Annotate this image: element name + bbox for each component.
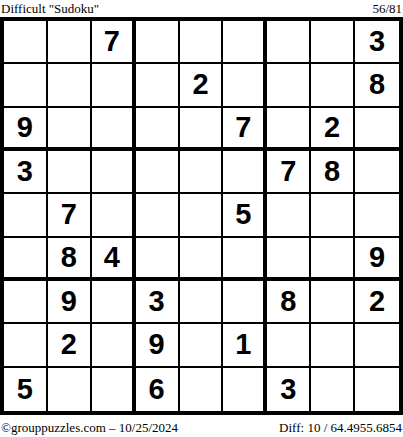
cell-r1c7[interactable] — [267, 21, 311, 64]
cell-r6c6[interactable] — [223, 238, 267, 281]
cell-r7c3[interactable] — [92, 281, 136, 324]
cell-r4c5[interactable] — [180, 151, 224, 194]
sudoku-grid: 7328972378758499382291563 — [0, 17, 403, 415]
cell-r7c2[interactable]: 9 — [48, 281, 92, 324]
cell-r3c5[interactable] — [180, 108, 224, 151]
cell-r5c2[interactable]: 7 — [48, 194, 92, 237]
cell-r1c9[interactable]: 3 — [355, 21, 399, 64]
cell-r4c3[interactable] — [92, 151, 136, 194]
cell-r3c9[interactable] — [355, 108, 399, 151]
cell-r1c5[interactable] — [180, 21, 224, 64]
difficulty-rating: Diff: 10 / 64.4955.6854 — [279, 420, 402, 436]
cell-r9c8[interactable] — [311, 368, 355, 411]
puzzle-title: Difficult "Sudoku" — [1, 1, 99, 16]
cell-r9c6[interactable] — [223, 368, 267, 411]
cells-remaining-counter: 56/81 — [372, 1, 402, 16]
footer-bar: ©grouppuzzles.com – 10/25/2024 Diff: 10 … — [0, 415, 403, 437]
cell-r4c1[interactable]: 3 — [4, 151, 48, 194]
cell-r1c4[interactable] — [136, 21, 180, 64]
sudoku-page: Difficult "Sudoku" 56/81 732897237875849… — [0, 0, 403, 437]
cell-r8c1[interactable] — [4, 324, 48, 367]
cell-r9c1[interactable]: 5 — [4, 368, 48, 411]
cell-r6c5[interactable] — [180, 238, 224, 281]
cell-r7c7[interactable]: 8 — [267, 281, 311, 324]
cell-r6c7[interactable] — [267, 238, 311, 281]
cell-r6c3[interactable]: 4 — [92, 238, 136, 281]
cell-r3c6[interactable]: 7 — [223, 108, 267, 151]
cell-r8c6[interactable]: 1 — [223, 324, 267, 367]
cell-r6c9[interactable]: 9 — [355, 238, 399, 281]
cell-r9c3[interactable] — [92, 368, 136, 411]
cell-r1c6[interactable] — [223, 21, 267, 64]
cell-r7c5[interactable] — [180, 281, 224, 324]
cell-r6c2[interactable]: 8 — [48, 238, 92, 281]
cell-r9c2[interactable] — [48, 368, 92, 411]
cell-r1c1[interactable] — [4, 21, 48, 64]
cell-r8c5[interactable] — [180, 324, 224, 367]
cell-r4c6[interactable] — [223, 151, 267, 194]
cell-r9c4[interactable]: 6 — [136, 368, 180, 411]
cell-r4c8[interactable]: 8 — [311, 151, 355, 194]
cell-r7c4[interactable]: 3 — [136, 281, 180, 324]
cell-r9c7[interactable]: 3 — [267, 368, 311, 411]
cell-r2c9[interactable]: 8 — [355, 64, 399, 107]
cell-r7c6[interactable] — [223, 281, 267, 324]
cell-r7c1[interactable] — [4, 281, 48, 324]
cell-r3c7[interactable] — [267, 108, 311, 151]
cell-r5c3[interactable] — [92, 194, 136, 237]
cell-r1c3[interactable]: 7 — [92, 21, 136, 64]
cell-r6c4[interactable] — [136, 238, 180, 281]
cell-r5c8[interactable] — [311, 194, 355, 237]
cell-r7c8[interactable] — [311, 281, 355, 324]
cell-r2c6[interactable] — [223, 64, 267, 107]
cell-r3c4[interactable] — [136, 108, 180, 151]
cell-r2c3[interactable] — [92, 64, 136, 107]
cell-r5c5[interactable] — [180, 194, 224, 237]
cell-r4c9[interactable] — [355, 151, 399, 194]
cell-r8c3[interactable] — [92, 324, 136, 367]
cell-r1c2[interactable] — [48, 21, 92, 64]
cell-r3c1[interactable]: 9 — [4, 108, 48, 151]
cell-r2c4[interactable] — [136, 64, 180, 107]
cell-r2c8[interactable] — [311, 64, 355, 107]
cell-r2c2[interactable] — [48, 64, 92, 107]
cell-r6c8[interactable] — [311, 238, 355, 281]
cell-r3c3[interactable] — [92, 108, 136, 151]
cell-r5c9[interactable] — [355, 194, 399, 237]
cell-r5c6[interactable]: 5 — [223, 194, 267, 237]
cell-r4c4[interactable] — [136, 151, 180, 194]
cell-r6c1[interactable] — [4, 238, 48, 281]
cell-r5c4[interactable] — [136, 194, 180, 237]
cell-r2c1[interactable] — [4, 64, 48, 107]
cell-r1c8[interactable] — [311, 21, 355, 64]
cell-r9c5[interactable] — [180, 368, 224, 411]
cell-r2c7[interactable] — [267, 64, 311, 107]
cell-r8c8[interactable] — [311, 324, 355, 367]
cell-r8c7[interactable] — [267, 324, 311, 367]
cell-r4c2[interactable] — [48, 151, 92, 194]
header-bar: Difficult "Sudoku" 56/81 — [0, 0, 403, 17]
cell-r8c2[interactable]: 2 — [48, 324, 92, 367]
cell-r5c1[interactable] — [4, 194, 48, 237]
cell-r8c9[interactable] — [355, 324, 399, 367]
cell-r5c7[interactable] — [267, 194, 311, 237]
copyright-credit: ©grouppuzzles.com – 10/25/2024 — [1, 420, 178, 436]
cell-r3c8[interactable]: 2 — [311, 108, 355, 151]
cell-r8c4[interactable]: 9 — [136, 324, 180, 367]
cell-r9c9[interactable] — [355, 368, 399, 411]
cell-r3c2[interactable] — [48, 108, 92, 151]
cell-r4c7[interactable]: 7 — [267, 151, 311, 194]
cell-r2c5[interactable]: 2 — [180, 64, 224, 107]
cell-r7c9[interactable]: 2 — [355, 281, 399, 324]
